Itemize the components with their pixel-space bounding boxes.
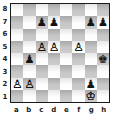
rank-label-8: 8 <box>0 3 10 16</box>
chess-board: ♟♟♟♟♙♙♙♟♚♙♙♟♔ <box>10 3 110 103</box>
square-a4[interactable] <box>11 53 23 65</box>
square-b7[interactable] <box>23 16 35 28</box>
rank-label-4: 4 <box>0 53 10 66</box>
square-e6[interactable] <box>60 29 72 41</box>
square-a5[interactable] <box>11 41 23 53</box>
square-f1[interactable] <box>72 90 84 102</box>
black-king: ♚ <box>98 53 108 65</box>
square-f8[interactable] <box>72 4 84 16</box>
square-a2[interactable]: ♙ <box>11 78 23 90</box>
square-e3[interactable] <box>60 65 72 77</box>
square-d3[interactable] <box>48 65 60 77</box>
square-b4[interactable]: ♟ <box>23 53 35 65</box>
square-g4[interactable] <box>85 53 97 65</box>
square-g3[interactable] <box>85 65 97 77</box>
square-h4[interactable]: ♚ <box>97 53 109 65</box>
square-h8[interactable] <box>97 4 109 16</box>
file-label-c: c <box>35 104 48 116</box>
file-label-h: h <box>98 104 111 116</box>
square-g1[interactable]: ♔ <box>85 90 97 102</box>
rank-label-6: 6 <box>0 28 10 41</box>
rank-labels: 87654321 <box>0 3 10 103</box>
square-e8[interactable] <box>60 4 72 16</box>
square-b8[interactable] <box>23 4 35 16</box>
square-h5[interactable] <box>97 41 109 53</box>
file-label-b: b <box>23 104 36 116</box>
square-d5[interactable]: ♙ <box>48 41 60 53</box>
square-f3[interactable] <box>72 65 84 77</box>
square-g6[interactable] <box>85 29 97 41</box>
white-pawn: ♙ <box>73 41 83 53</box>
rank-label-7: 7 <box>0 16 10 29</box>
square-b3[interactable] <box>23 65 35 77</box>
white-pawn: ♙ <box>36 41 46 53</box>
square-d7[interactable]: ♟ <box>48 16 60 28</box>
square-a1[interactable] <box>11 90 23 102</box>
square-a8[interactable] <box>11 4 23 16</box>
square-b5[interactable] <box>23 41 35 53</box>
file-label-a: a <box>10 104 23 116</box>
square-a7[interactable] <box>11 16 23 28</box>
square-e2[interactable] <box>60 78 72 90</box>
file-label-e: e <box>60 104 73 116</box>
square-d6[interactable] <box>48 29 60 41</box>
square-e4[interactable] <box>60 53 72 65</box>
square-f2[interactable] <box>72 78 84 90</box>
square-c6[interactable] <box>36 29 48 41</box>
square-h1[interactable] <box>97 90 109 102</box>
square-h6[interactable] <box>97 29 109 41</box>
black-pawn: ♟ <box>36 16 46 28</box>
rank-label-2: 2 <box>0 78 10 91</box>
white-king: ♔ <box>85 90 95 102</box>
square-a3[interactable] <box>11 65 23 77</box>
white-pawn: ♙ <box>24 78 34 90</box>
square-e1[interactable] <box>60 90 72 102</box>
square-g2[interactable]: ♟ <box>85 78 97 90</box>
square-g5[interactable] <box>85 41 97 53</box>
white-pawn: ♙ <box>49 41 59 53</box>
square-d2[interactable] <box>48 78 60 90</box>
square-e5[interactable] <box>60 41 72 53</box>
black-pawn: ♟ <box>85 16 95 28</box>
square-f7[interactable] <box>72 16 84 28</box>
square-b2[interactable]: ♙ <box>23 78 35 90</box>
square-f5[interactable]: ♙ <box>72 41 84 53</box>
square-c1[interactable] <box>36 90 48 102</box>
square-d1[interactable] <box>48 90 60 102</box>
square-c3[interactable] <box>36 65 48 77</box>
square-c5[interactable]: ♙ <box>36 41 48 53</box>
file-label-f: f <box>73 104 86 116</box>
black-pawn: ♟ <box>24 53 34 65</box>
square-b6[interactable] <box>23 29 35 41</box>
square-d4[interactable] <box>48 53 60 65</box>
square-h2[interactable] <box>97 78 109 90</box>
rank-label-3: 3 <box>0 66 10 79</box>
square-f4[interactable] <box>72 53 84 65</box>
square-g8[interactable] <box>85 4 97 16</box>
file-label-d: d <box>48 104 61 116</box>
square-c8[interactable] <box>36 4 48 16</box>
square-b1[interactable] <box>23 90 35 102</box>
square-c4[interactable] <box>36 53 48 65</box>
square-h3[interactable] <box>97 65 109 77</box>
square-d8[interactable] <box>48 4 60 16</box>
square-f6[interactable] <box>72 29 84 41</box>
rank-label-1: 1 <box>0 91 10 104</box>
black-pawn: ♟ <box>98 16 108 28</box>
rank-label-5: 5 <box>0 41 10 54</box>
square-c2[interactable] <box>36 78 48 90</box>
white-pawn: ♙ <box>12 78 22 90</box>
chess-diagram: 87654321 ♟♟♟♟♙♙♙♟♚♙♙♟♔ abcdefgh <box>0 0 118 119</box>
file-labels: abcdefgh <box>10 104 110 116</box>
file-label-g: g <box>85 104 98 116</box>
square-e7[interactable] <box>60 16 72 28</box>
black-pawn: ♟ <box>85 78 95 90</box>
square-c7[interactable]: ♟ <box>36 16 48 28</box>
square-h7[interactable]: ♟ <box>97 16 109 28</box>
square-a6[interactable] <box>11 29 23 41</box>
black-pawn: ♟ <box>49 16 59 28</box>
square-g7[interactable]: ♟ <box>85 16 97 28</box>
